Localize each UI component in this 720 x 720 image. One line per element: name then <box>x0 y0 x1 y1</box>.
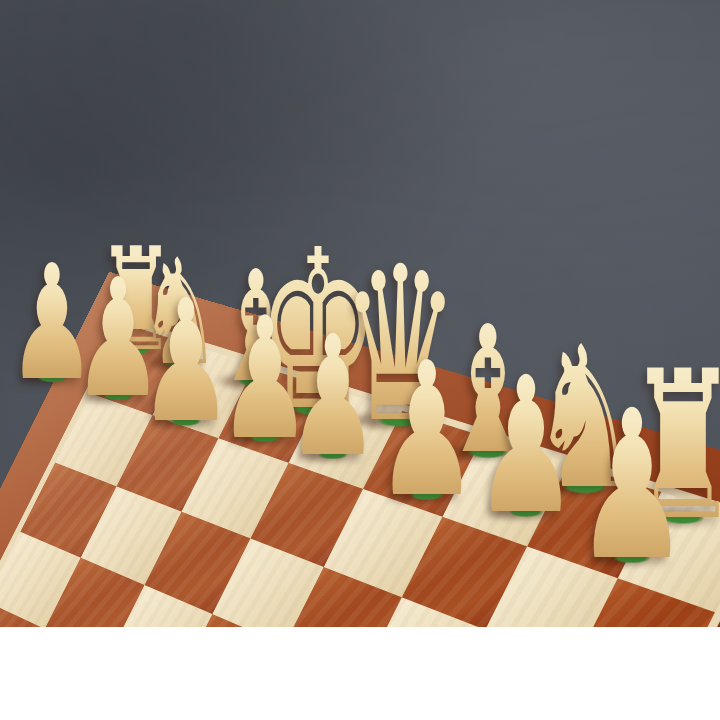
product-photo-stage: { "game": "chess", "scene": { "descripti… <box>0 0 720 720</box>
pawn-glyph: ♟ <box>287 314 379 480</box>
pawn-glyph: ♟ <box>575 383 690 589</box>
pawn-glyph: ♟ <box>376 338 479 523</box>
pawn-glyph: ♟ <box>474 352 578 540</box>
pieces-layer: ♜♞♝♚♛♝♞♜♟♟♟♟♟♟♟♟ <box>0 0 720 720</box>
bottom-margin <box>0 627 720 720</box>
